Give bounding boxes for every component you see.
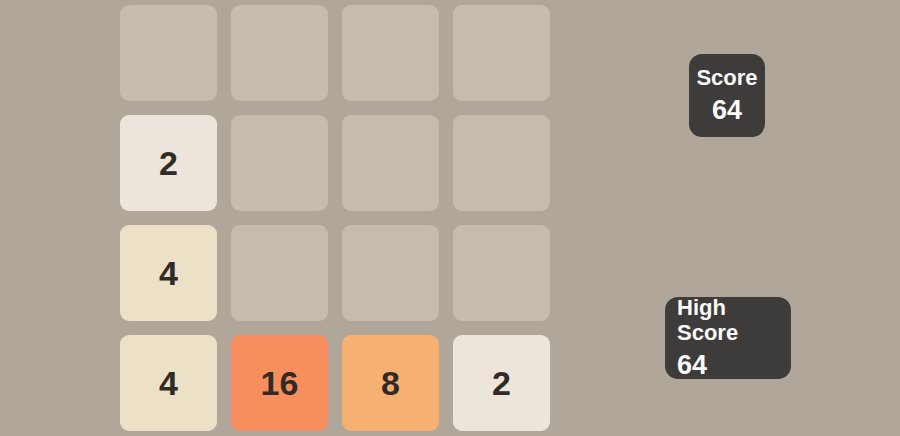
board-2048[interactable]: 2441682 [120,5,550,431]
score-label: Score [696,65,757,90]
tile-2: 2 [120,115,217,211]
tile-16: 16 [231,335,328,431]
cell-empty-r1c2 [231,5,328,101]
cell-empty-r1c4 [453,5,550,101]
cell-empty-r1c1 [120,5,217,101]
tile-4: 4 [120,225,217,321]
cell-empty-r3c2 [231,225,328,321]
high-score-box: High Score 64 [665,297,791,379]
tile-2: 2 [453,335,550,431]
cell-empty-r3c4 [453,225,550,321]
tile-8: 8 [342,335,439,431]
score-value: 64 [712,95,742,126]
cell-empty-r1c3 [342,5,439,101]
cell-empty-r2c3 [342,115,439,211]
score-box: Score 64 [689,54,765,137]
game-screen: 2441682 Score 64 High Score 64 [0,0,900,436]
high-score-label: High Score [677,295,791,346]
cell-empty-r2c4 [453,115,550,211]
high-score-value: 64 [677,350,707,381]
cell-empty-r2c2 [231,115,328,211]
cell-empty-r3c3 [342,225,439,321]
tile-4: 4 [120,335,217,431]
